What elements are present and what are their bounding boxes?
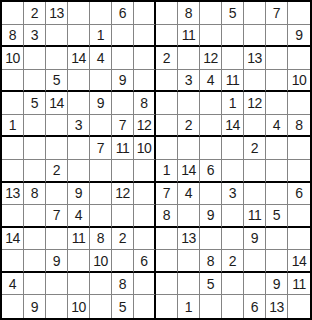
cell-r5c14[interactable] [288, 92, 310, 115]
cell-r14c7[interactable] [134, 295, 156, 318]
cell-r5c9[interactable] [178, 92, 200, 115]
cell-r4c5[interactable] [90, 70, 112, 93]
cell-r8c14[interactable] [288, 160, 310, 183]
cell-r6c13[interactable]: 4 [266, 115, 288, 138]
cell-r6c1[interactable]: 1 [2, 115, 24, 138]
cell-r2c11[interactable] [222, 25, 244, 48]
cell-r9c3[interactable] [46, 183, 68, 206]
cell-r13c8[interactable] [156, 273, 178, 296]
cell-r1c9[interactable]: 8 [178, 2, 200, 25]
cell-r5c4[interactable] [68, 92, 90, 115]
cell-r6c8[interactable] [156, 115, 178, 138]
cell-r6c6[interactable]: 7 [112, 115, 134, 138]
cell-r6c2[interactable] [24, 115, 46, 138]
cell-r7c9[interactable] [178, 137, 200, 160]
cell-r12c13[interactable] [266, 250, 288, 273]
cell-r9c14[interactable]: 6 [288, 183, 310, 206]
cell-r13c10[interactable]: 5 [200, 273, 222, 296]
cell-r10c5[interactable] [90, 205, 112, 228]
cell-r9c11[interactable]: 3 [222, 183, 244, 206]
cell-r3c11[interactable] [222, 47, 244, 70]
cell-r8c3[interactable]: 2 [46, 160, 68, 183]
cell-r6c14[interactable]: 8 [288, 115, 310, 138]
cell-r1c11[interactable]: 5 [222, 2, 244, 25]
cell-r4c9[interactable]: 3 [178, 70, 200, 93]
cell-r1c14[interactable] [288, 2, 310, 25]
cell-r5c10[interactable] [200, 92, 222, 115]
cell-r14c1[interactable] [2, 295, 24, 318]
cell-r8c5[interactable] [90, 160, 112, 183]
cell-r4c14[interactable]: 10 [288, 70, 310, 93]
cell-r5c13[interactable] [266, 92, 288, 115]
cell-r3c13[interactable] [266, 47, 288, 70]
cell-r11c7[interactable] [134, 228, 156, 251]
cell-r14c2[interactable]: 9 [24, 295, 46, 318]
cell-r11c4[interactable]: 11 [68, 228, 90, 251]
cell-r3c4[interactable]: 14 [68, 47, 90, 70]
cell-r10c3[interactable]: 7 [46, 205, 68, 228]
cell-r9c1[interactable]: 13 [2, 183, 24, 206]
cell-r12c5[interactable]: 10 [90, 250, 112, 273]
cell-r5c12[interactable]: 12 [244, 92, 266, 115]
cell-r3c10[interactable]: 12 [200, 47, 222, 70]
cell-r4c10[interactable]: 4 [200, 70, 222, 93]
cell-r1c13[interactable]: 7 [266, 2, 288, 25]
cell-r6c9[interactable]: 2 [178, 115, 200, 138]
cell-r12c9[interactable] [178, 250, 200, 273]
cell-r7c1[interactable] [2, 137, 24, 160]
cell-r11c2[interactable] [24, 228, 46, 251]
cell-r7c4[interactable] [68, 137, 90, 160]
cell-r3c1[interactable]: 10 [2, 47, 24, 70]
cell-r5c6[interactable] [112, 92, 134, 115]
cell-r9c9[interactable]: 4 [178, 183, 200, 206]
cell-r8c2[interactable] [24, 160, 46, 183]
cell-r1c8[interactable] [156, 2, 178, 25]
cell-r6c4[interactable]: 3 [68, 115, 90, 138]
cell-r10c8[interactable]: 8 [156, 205, 178, 228]
cell-r2c12[interactable] [244, 25, 266, 48]
cell-r9c5[interactable] [90, 183, 112, 206]
cell-r10c14[interactable] [288, 205, 310, 228]
cell-r10c4[interactable]: 4 [68, 205, 90, 228]
cell-r14c11[interactable] [222, 295, 244, 318]
sudoku-board: 2136857831119101442121359341110514981121… [0, 0, 312, 320]
cell-r2c1[interactable]: 8 [2, 25, 24, 48]
cell-r10c11[interactable] [222, 205, 244, 228]
cell-r2c2[interactable]: 3 [24, 25, 46, 48]
cell-r1c10[interactable] [200, 2, 222, 25]
cell-r2c8[interactable] [156, 25, 178, 48]
cell-r2c14[interactable]: 9 [288, 25, 310, 48]
cell-r7c12[interactable]: 2 [244, 137, 266, 160]
cell-r4c8[interactable] [156, 70, 178, 93]
cell-r5c5[interactable]: 9 [90, 92, 112, 115]
cell-r4c12[interactable] [244, 70, 266, 93]
cell-r12c3[interactable]: 9 [46, 250, 68, 273]
cell-r3c12[interactable]: 13 [244, 47, 266, 70]
cell-r12c4[interactable] [68, 250, 90, 273]
cell-r14c12[interactable]: 6 [244, 295, 266, 318]
cell-r2c3[interactable] [46, 25, 68, 48]
cell-r13c3[interactable] [46, 273, 68, 296]
cell-r8c8[interactable]: 1 [156, 160, 178, 183]
cell-r9c2[interactable]: 8 [24, 183, 46, 206]
cell-r1c7[interactable] [134, 2, 156, 25]
cell-r1c1[interactable] [2, 2, 24, 25]
cell-r8c9[interactable]: 14 [178, 160, 200, 183]
cell-r10c6[interactable] [112, 205, 134, 228]
cell-r12c11[interactable]: 2 [222, 250, 244, 273]
cell-r2c9[interactable]: 11 [178, 25, 200, 48]
cell-r9c4[interactable]: 9 [68, 183, 90, 206]
cell-r12c7[interactable]: 6 [134, 250, 156, 273]
cell-r10c10[interactable]: 9 [200, 205, 222, 228]
cell-r3c2[interactable] [24, 47, 46, 70]
cell-r6c11[interactable]: 14 [222, 115, 244, 138]
cell-r12c1[interactable] [2, 250, 24, 273]
cell-r14c13[interactable]: 13 [266, 295, 288, 318]
cell-r13c5[interactable] [90, 273, 112, 296]
cell-r13c13[interactable]: 9 [266, 273, 288, 296]
cell-r4c2[interactable] [24, 70, 46, 93]
cell-r13c6[interactable]: 8 [112, 273, 134, 296]
cell-r4c13[interactable] [266, 70, 288, 93]
cell-r12c6[interactable] [112, 250, 134, 273]
cell-r13c4[interactable] [68, 273, 90, 296]
cell-r14c3[interactable] [46, 295, 68, 318]
cell-r1c4[interactable] [68, 2, 90, 25]
cell-r7c2[interactable] [24, 137, 46, 160]
cell-r13c2[interactable] [24, 273, 46, 296]
cell-r4c4[interactable] [68, 70, 90, 93]
cell-r11c1[interactable]: 14 [2, 228, 24, 251]
cell-r7c5[interactable]: 7 [90, 137, 112, 160]
cell-r13c9[interactable] [178, 273, 200, 296]
cell-r11c8[interactable] [156, 228, 178, 251]
cell-r6c5[interactable] [90, 115, 112, 138]
cell-r4c11[interactable]: 11 [222, 70, 244, 93]
cell-r2c5[interactable]: 1 [90, 25, 112, 48]
cell-r10c2[interactable] [24, 205, 46, 228]
cell-r3c7[interactable] [134, 47, 156, 70]
cell-r8c11[interactable] [222, 160, 244, 183]
cell-r11c5[interactable]: 8 [90, 228, 112, 251]
cell-r12c2[interactable] [24, 250, 46, 273]
cell-r13c1[interactable]: 4 [2, 273, 24, 296]
cell-r7c6[interactable]: 11 [112, 137, 134, 160]
cell-r14c9[interactable]: 1 [178, 295, 200, 318]
cell-r9c8[interactable]: 7 [156, 183, 178, 206]
cell-r8c7[interactable] [134, 160, 156, 183]
cell-r12c10[interactable]: 8 [200, 250, 222, 273]
cell-r6c7[interactable]: 12 [134, 115, 156, 138]
cell-r7c7[interactable]: 10 [134, 137, 156, 160]
cell-r11c3[interactable] [46, 228, 68, 251]
cell-r11c13[interactable] [266, 228, 288, 251]
cell-r5c1[interactable] [2, 92, 24, 115]
cell-r10c7[interactable] [134, 205, 156, 228]
cell-r12c12[interactable] [244, 250, 266, 273]
cell-r8c4[interactable] [68, 160, 90, 183]
cell-r13c12[interactable] [244, 273, 266, 296]
cell-r11c9[interactable]: 13 [178, 228, 200, 251]
cell-r7c10[interactable] [200, 137, 222, 160]
cell-r1c2[interactable]: 2 [24, 2, 46, 25]
cell-r8c13[interactable] [266, 160, 288, 183]
cell-r8c10[interactable]: 6 [200, 160, 222, 183]
cell-r10c12[interactable]: 11 [244, 205, 266, 228]
cell-r2c10[interactable] [200, 25, 222, 48]
cell-r9c13[interactable] [266, 183, 288, 206]
cell-r3c9[interactable] [178, 47, 200, 70]
cell-r3c8[interactable]: 2 [156, 47, 178, 70]
cell-r5c2[interactable]: 5 [24, 92, 46, 115]
cell-r13c14[interactable]: 11 [288, 273, 310, 296]
cell-r12c14[interactable]: 14 [288, 250, 310, 273]
cell-r7c11[interactable] [222, 137, 244, 160]
cell-r1c5[interactable] [90, 2, 112, 25]
cell-r3c6[interactable] [112, 47, 134, 70]
cell-r7c8[interactable] [156, 137, 178, 160]
cell-r11c10[interactable] [200, 228, 222, 251]
cell-r3c5[interactable]: 4 [90, 47, 112, 70]
cell-r7c13[interactable] [266, 137, 288, 160]
cell-r11c14[interactable] [288, 228, 310, 251]
cell-r14c4[interactable]: 10 [68, 295, 90, 318]
cell-r1c6[interactable]: 6 [112, 2, 134, 25]
cell-r1c12[interactable] [244, 2, 266, 25]
cell-r6c12[interactable] [244, 115, 266, 138]
cell-r4c6[interactable]: 9 [112, 70, 134, 93]
cell-r14c5[interactable] [90, 295, 112, 318]
cell-r4c7[interactable] [134, 70, 156, 93]
cell-r4c3[interactable]: 5 [46, 70, 68, 93]
cell-r10c9[interactable] [178, 205, 200, 228]
cell-r9c12[interactable] [244, 183, 266, 206]
cell-r8c12[interactable] [244, 160, 266, 183]
cell-r5c7[interactable]: 8 [134, 92, 156, 115]
cell-r2c7[interactable] [134, 25, 156, 48]
cell-r10c13[interactable]: 5 [266, 205, 288, 228]
cell-r2c13[interactable] [266, 25, 288, 48]
cell-r8c1[interactable] [2, 160, 24, 183]
cell-r3c14[interactable] [288, 47, 310, 70]
cell-r9c6[interactable]: 12 [112, 183, 134, 206]
cell-r10c1[interactable] [2, 205, 24, 228]
cell-r5c8[interactable] [156, 92, 178, 115]
cell-r11c6[interactable]: 2 [112, 228, 134, 251]
cell-r6c3[interactable] [46, 115, 68, 138]
cell-r3c3[interactable] [46, 47, 68, 70]
cell-r2c4[interactable] [68, 25, 90, 48]
cell-r5c3[interactable]: 14 [46, 92, 68, 115]
cell-r8c6[interactable] [112, 160, 134, 183]
cell-r7c3[interactable] [46, 137, 68, 160]
cell-r12c8[interactable] [156, 250, 178, 273]
cell-r14c14[interactable] [288, 295, 310, 318]
cell-r1c3[interactable]: 13 [46, 2, 68, 25]
cell-r14c8[interactable] [156, 295, 178, 318]
cell-r7c14[interactable] [288, 137, 310, 160]
cell-r2c6[interactable] [112, 25, 134, 48]
cell-r11c11[interactable] [222, 228, 244, 251]
cell-r14c6[interactable]: 5 [112, 295, 134, 318]
cell-r14c10[interactable] [200, 295, 222, 318]
cell-r11c12[interactable]: 9 [244, 228, 266, 251]
cell-r13c11[interactable] [222, 273, 244, 296]
cell-r5c11[interactable]: 1 [222, 92, 244, 115]
cell-r13c7[interactable] [134, 273, 156, 296]
cell-r6c10[interactable] [200, 115, 222, 138]
cell-r4c1[interactable] [2, 70, 24, 93]
cell-r9c7[interactable] [134, 183, 156, 206]
cell-r9c10[interactable] [200, 183, 222, 206]
